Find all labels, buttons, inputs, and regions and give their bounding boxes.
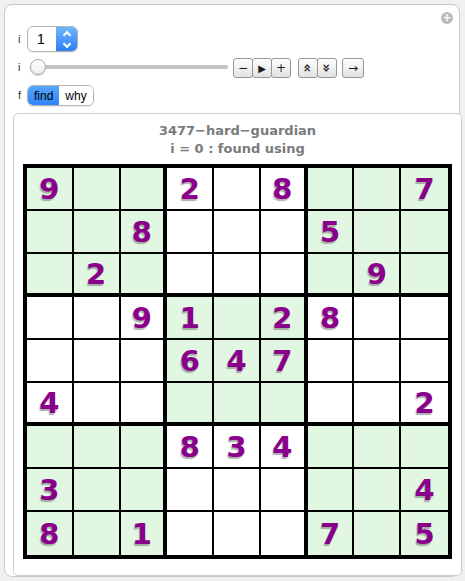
direction-button[interactable]: → bbox=[342, 58, 364, 78]
sudoku-cell-r9c9: 5 bbox=[401, 512, 448, 555]
sudoku-cell-r9c5 bbox=[214, 512, 261, 555]
sudoku-cell-r4c7: 8 bbox=[308, 297, 355, 340]
sudoku-cell-r9c1: 8 bbox=[27, 512, 74, 555]
sudoku-cell-r4c1 bbox=[27, 297, 74, 340]
puzzle-title: 3477−hard−guardian bbox=[14, 123, 461, 138]
chevron-down-icon bbox=[62, 39, 70, 47]
sudoku-cell-r3c6 bbox=[261, 254, 308, 297]
sudoku-cell-r5c7 bbox=[308, 340, 355, 383]
sudoku-cell-r6c5 bbox=[214, 383, 261, 426]
sudoku-cell-r4c6: 2 bbox=[261, 297, 308, 340]
sudoku-cell-r9c3: 1 bbox=[121, 512, 168, 555]
sudoku-cell-r6c1: 4 bbox=[27, 383, 74, 426]
sudoku-board: 92878529912864742834348175 bbox=[23, 164, 452, 559]
sudoku-cell-r5c5: 4 bbox=[214, 340, 261, 383]
mode-option-find[interactable]: find bbox=[28, 86, 59, 105]
play-icon: ▶ bbox=[258, 63, 266, 74]
sudoku-cell-r2c9 bbox=[401, 211, 448, 254]
sudoku-cell-r2c2 bbox=[74, 211, 121, 254]
slower-button[interactable]: » bbox=[317, 58, 337, 78]
sudoku-cell-r4c9 bbox=[401, 297, 448, 340]
sudoku-cell-r7c7 bbox=[308, 426, 355, 469]
sudoku-cell-r9c7: 7 bbox=[308, 512, 355, 555]
sudoku-cell-r3c3 bbox=[121, 254, 168, 297]
sudoku-cell-r5c3 bbox=[121, 340, 168, 383]
index-value: 1 bbox=[28, 27, 56, 51]
sudoku-cell-r4c4: 1 bbox=[167, 297, 214, 340]
sudoku-cell-r4c8 bbox=[354, 297, 401, 340]
play-button[interactable]: ▶ bbox=[252, 58, 272, 78]
sudoku-cell-r8c7 bbox=[308, 469, 355, 512]
sudoku-cell-r7c6: 4 bbox=[261, 426, 308, 469]
sudoku-cell-r5c6: 7 bbox=[261, 340, 308, 383]
step-back-button[interactable]: − bbox=[233, 58, 253, 78]
sudoku-cell-r9c6 bbox=[261, 512, 308, 555]
index-slider[interactable] bbox=[30, 59, 228, 75]
mode-option-why[interactable]: why bbox=[59, 86, 92, 105]
sudoku-cell-r7c5: 3 bbox=[214, 426, 261, 469]
manipulate-frame: + i 1 i − ▶ + « » → f find why 3477−hard… bbox=[4, 4, 460, 577]
sudoku-cell-r6c6 bbox=[261, 383, 308, 426]
sudoku-cell-r1c6: 8 bbox=[261, 168, 308, 211]
index-label: i bbox=[18, 33, 20, 45]
sudoku-cell-r9c2 bbox=[74, 512, 121, 555]
sudoku-cell-r8c1: 3 bbox=[27, 469, 74, 512]
chevron-up-icon bbox=[62, 30, 70, 38]
sudoku-cell-r5c1 bbox=[27, 340, 74, 383]
sudoku-cell-r1c5 bbox=[214, 168, 261, 211]
sudoku-cell-r3c5 bbox=[214, 254, 261, 297]
sudoku-cell-r1c1: 9 bbox=[27, 168, 74, 211]
sudoku-cell-r6c2 bbox=[74, 383, 121, 426]
sudoku-cell-r5c4: 6 bbox=[167, 340, 214, 383]
sudoku-cell-r3c8: 9 bbox=[354, 254, 401, 297]
sudoku-cell-r8c6 bbox=[261, 469, 308, 512]
sudoku-cell-r3c9 bbox=[401, 254, 448, 297]
sudoku-cell-r5c2 bbox=[74, 340, 121, 383]
sudoku-cell-r1c2 bbox=[74, 168, 121, 211]
sudoku-cell-r8c5 bbox=[214, 469, 261, 512]
sudoku-cell-r2c4 bbox=[167, 211, 214, 254]
sudoku-cell-r6c9: 2 bbox=[401, 383, 448, 426]
sudoku-cell-r6c8 bbox=[354, 383, 401, 426]
sudoku-cell-r1c7 bbox=[308, 168, 355, 211]
sudoku-cell-r2c3: 8 bbox=[121, 211, 168, 254]
sudoku-cell-r7c8 bbox=[354, 426, 401, 469]
double-chevron-up-icon: « bbox=[300, 63, 316, 72]
sudoku-cell-r4c2 bbox=[74, 297, 121, 340]
sudoku-cell-r4c3: 9 bbox=[121, 297, 168, 340]
sudoku-cell-r3c7 bbox=[308, 254, 355, 297]
sudoku-cell-r1c8 bbox=[354, 168, 401, 211]
sudoku-cell-r6c7 bbox=[308, 383, 355, 426]
sudoku-cell-r8c4 bbox=[167, 469, 214, 512]
sudoku-cell-r7c2 bbox=[74, 426, 121, 469]
slider-thumb[interactable] bbox=[30, 59, 46, 75]
mode-setter: find why bbox=[27, 85, 94, 106]
iteration-status: i = 0 : found using bbox=[14, 141, 461, 156]
sudoku-cell-r8c3 bbox=[121, 469, 168, 512]
sudoku-cell-r5c9 bbox=[401, 340, 448, 383]
sudoku-cell-r3c4 bbox=[167, 254, 214, 297]
sudoku-cell-r3c2: 2 bbox=[74, 254, 121, 297]
sudoku-cell-r2c8 bbox=[354, 211, 401, 254]
double-chevron-down-icon: » bbox=[319, 63, 335, 72]
manipulate-menu-icon[interactable]: + bbox=[441, 12, 453, 24]
sudoku-cell-r9c4 bbox=[167, 512, 214, 555]
stepper-arrows-icon[interactable] bbox=[56, 27, 77, 51]
index-stepper[interactable]: 1 bbox=[27, 26, 78, 52]
sudoku-cell-r1c4: 2 bbox=[167, 168, 214, 211]
sudoku-cell-r2c7: 5 bbox=[308, 211, 355, 254]
sudoku-cell-r8c8 bbox=[354, 469, 401, 512]
sudoku-cell-r1c9: 7 bbox=[401, 168, 448, 211]
sudoku-cell-r8c2 bbox=[74, 469, 121, 512]
sudoku-cell-r6c4 bbox=[167, 383, 214, 426]
sudoku-cell-r3c1 bbox=[27, 254, 74, 297]
sudoku-cell-r1c3 bbox=[121, 168, 168, 211]
sudoku-cell-r7c4: 8 bbox=[167, 426, 214, 469]
sudoku-cell-r2c6 bbox=[261, 211, 308, 254]
sudoku-cell-r4c5 bbox=[214, 297, 261, 340]
sudoku-cell-r2c1 bbox=[27, 211, 74, 254]
sudoku-cell-r7c9 bbox=[401, 426, 448, 469]
output-panel: 3477−hard−guardian i = 0 : found using 9… bbox=[13, 113, 462, 576]
step-forward-button[interactable]: + bbox=[271, 58, 291, 78]
sudoku-cell-r7c1 bbox=[27, 426, 74, 469]
sudoku-cell-r8c9: 4 bbox=[401, 469, 448, 512]
slider-track[interactable] bbox=[30, 65, 228, 69]
sudoku-cell-r7c3 bbox=[121, 426, 168, 469]
slider-label: i bbox=[18, 61, 20, 73]
sudoku-cell-r2c5 bbox=[214, 211, 261, 254]
sudoku-cell-r9c8 bbox=[354, 512, 401, 555]
faster-button[interactable]: « bbox=[298, 58, 318, 78]
mode-label: f bbox=[18, 89, 21, 101]
sudoku-cell-r6c3 bbox=[121, 383, 168, 426]
sudoku-cell-r5c8 bbox=[354, 340, 401, 383]
